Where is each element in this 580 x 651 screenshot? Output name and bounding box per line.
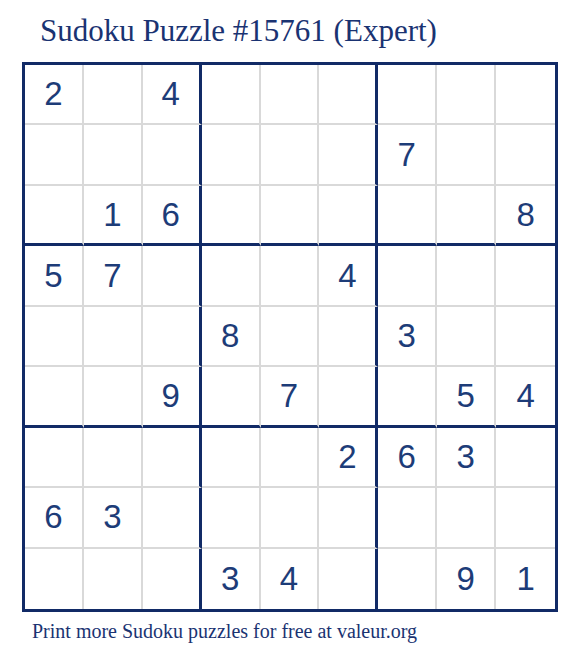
cell-r2c3[interactable] <box>143 125 202 185</box>
sudoku-board: 247168574839754263633491 <box>22 62 558 612</box>
cell-r1c7[interactable] <box>378 65 437 125</box>
cell-r2c6[interactable] <box>319 125 378 185</box>
cell-r5c8[interactable] <box>437 307 496 367</box>
cell-r3c9[interactable]: 8 <box>496 186 555 246</box>
cell-r9c8[interactable]: 9 <box>437 549 496 609</box>
cell-r7c4[interactable] <box>202 428 261 488</box>
cell-r4c8[interactable] <box>437 246 496 306</box>
cell-r1c5[interactable] <box>261 65 320 125</box>
cell-r7c3[interactable] <box>143 428 202 488</box>
cell-r9c2[interactable] <box>84 549 143 609</box>
cell-r8c5[interactable] <box>261 488 320 548</box>
cell-r5c9[interactable] <box>496 307 555 367</box>
cell-r4c4[interactable] <box>202 246 261 306</box>
cell-r4c9[interactable] <box>496 246 555 306</box>
cell-r3c4[interactable] <box>202 186 261 246</box>
cell-r9c5[interactable]: 4 <box>261 549 320 609</box>
cell-r4c6[interactable]: 4 <box>319 246 378 306</box>
cell-r1c6[interactable] <box>319 65 378 125</box>
cell-r7c2[interactable] <box>84 428 143 488</box>
cell-r1c2[interactable] <box>84 65 143 125</box>
cell-r7c9[interactable] <box>496 428 555 488</box>
cell-r1c8[interactable] <box>437 65 496 125</box>
cell-r6c8[interactable]: 5 <box>437 367 496 427</box>
cell-r1c1[interactable]: 2 <box>25 65 84 125</box>
cell-r5c6[interactable] <box>319 307 378 367</box>
cell-r6c5[interactable]: 7 <box>261 367 320 427</box>
cell-r9c9[interactable]: 1 <box>496 549 555 609</box>
cell-r3c3[interactable]: 6 <box>143 186 202 246</box>
cell-r6c1[interactable] <box>25 367 84 427</box>
cell-r8c6[interactable] <box>319 488 378 548</box>
cell-r4c2[interactable]: 7 <box>84 246 143 306</box>
cell-r6c3[interactable]: 9 <box>143 367 202 427</box>
cell-r6c9[interactable]: 4 <box>496 367 555 427</box>
cell-r3c8[interactable] <box>437 186 496 246</box>
cell-r6c7[interactable] <box>378 367 437 427</box>
cell-r4c5[interactable] <box>261 246 320 306</box>
cell-r3c1[interactable] <box>25 186 84 246</box>
cell-r9c6[interactable] <box>319 549 378 609</box>
cell-r9c1[interactable] <box>25 549 84 609</box>
cell-r7c6[interactable]: 2 <box>319 428 378 488</box>
cell-r2c4[interactable] <box>202 125 261 185</box>
cell-r6c2[interactable] <box>84 367 143 427</box>
cell-r8c9[interactable] <box>496 488 555 548</box>
cell-r7c8[interactable]: 3 <box>437 428 496 488</box>
cell-r1c9[interactable] <box>496 65 555 125</box>
cell-r5c3[interactable] <box>143 307 202 367</box>
cell-r5c2[interactable] <box>84 307 143 367</box>
cell-r7c7[interactable]: 6 <box>378 428 437 488</box>
cell-r2c7[interactable]: 7 <box>378 125 437 185</box>
cell-r2c8[interactable] <box>437 125 496 185</box>
cell-r8c1[interactable]: 6 <box>25 488 84 548</box>
cell-r1c3[interactable]: 4 <box>143 65 202 125</box>
cell-r2c9[interactable] <box>496 125 555 185</box>
cell-r5c7[interactable]: 3 <box>378 307 437 367</box>
cell-r7c5[interactable] <box>261 428 320 488</box>
cell-r2c5[interactable] <box>261 125 320 185</box>
cell-r6c6[interactable] <box>319 367 378 427</box>
cell-r3c6[interactable] <box>319 186 378 246</box>
page-title: Sudoku Puzzle #15761 (Expert) <box>40 12 437 50</box>
cell-r3c7[interactable] <box>378 186 437 246</box>
cell-r1c4[interactable] <box>202 65 261 125</box>
cell-r4c7[interactable] <box>378 246 437 306</box>
cell-r4c3[interactable] <box>143 246 202 306</box>
cell-r9c7[interactable] <box>378 549 437 609</box>
footer-text: Print more Sudoku puzzles for free at va… <box>32 618 417 644</box>
cell-r2c1[interactable] <box>25 125 84 185</box>
cell-r8c4[interactable] <box>202 488 261 548</box>
cell-r5c4[interactable]: 8 <box>202 307 261 367</box>
page: Sudoku Puzzle #15761 (Expert) 2471685748… <box>0 0 580 651</box>
cell-r5c1[interactable] <box>25 307 84 367</box>
cell-r8c8[interactable] <box>437 488 496 548</box>
cell-r8c3[interactable] <box>143 488 202 548</box>
cell-r4c1[interactable]: 5 <box>25 246 84 306</box>
cell-r3c2[interactable]: 1 <box>84 186 143 246</box>
cell-r7c1[interactable] <box>25 428 84 488</box>
cell-r3c5[interactable] <box>261 186 320 246</box>
cell-r5c5[interactable] <box>261 307 320 367</box>
cell-r8c2[interactable]: 3 <box>84 488 143 548</box>
cell-r8c7[interactable] <box>378 488 437 548</box>
cell-r9c4[interactable]: 3 <box>202 549 261 609</box>
cell-r9c3[interactable] <box>143 549 202 609</box>
cell-r2c2[interactable] <box>84 125 143 185</box>
cell-r6c4[interactable] <box>202 367 261 427</box>
